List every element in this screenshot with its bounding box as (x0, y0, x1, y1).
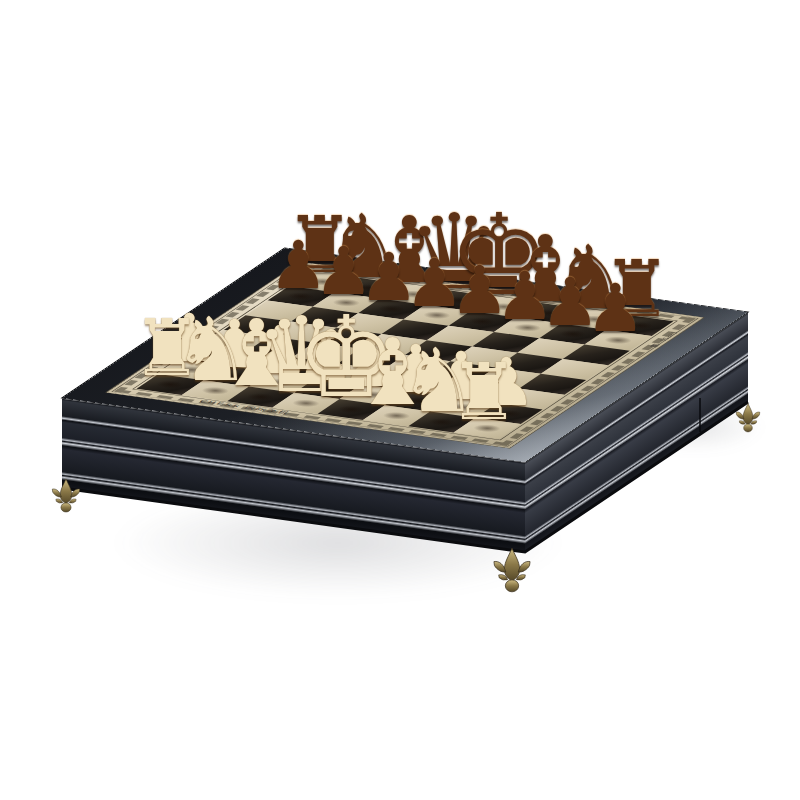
piece-white-rook: ♜ (403, 353, 563, 431)
square-h1: ♜ (454, 418, 521, 439)
brass-foot-front (494, 548, 530, 592)
product-photo-stage: CHESS 国际象棋 CHESS 国际象棋 ♜♞♝♛♚♝♞♜♟♟♟♟♟♟♟♟♟♟… (0, 0, 800, 800)
piece-brown-pawn: ♟ (535, 276, 695, 342)
